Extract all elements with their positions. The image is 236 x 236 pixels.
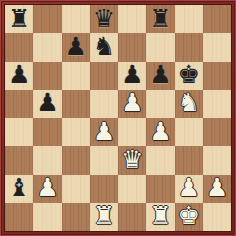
square-h5[interactable] (203, 90, 231, 118)
black-pawn[interactable]: ♟ (8, 62, 30, 87)
black-queen[interactable]: ♛ (93, 6, 115, 31)
square-a5[interactable] (5, 90, 33, 118)
square-c4[interactable] (62, 118, 90, 146)
square-f7[interactable] (146, 33, 174, 61)
white-knight[interactable]: ♞ (177, 90, 199, 115)
square-d4[interactable]: ♟ (90, 118, 118, 146)
white-pawn[interactable]: ♟ (177, 175, 199, 200)
square-e5[interactable]: ♟ (118, 90, 146, 118)
black-rook[interactable]: ♜ (149, 6, 171, 31)
white-rook[interactable]: ♜ (93, 203, 115, 228)
square-d5[interactable] (90, 90, 118, 118)
square-e7[interactable] (118, 33, 146, 61)
black-pawn[interactable]: ♟ (149, 62, 171, 87)
square-a3[interactable] (5, 146, 33, 174)
square-f3[interactable] (146, 146, 174, 174)
square-h2[interactable]: ♟ (203, 175, 231, 203)
square-a2[interactable]: ♝ (5, 175, 33, 203)
square-c3[interactable] (62, 146, 90, 174)
square-c1[interactable] (62, 203, 90, 231)
square-h7[interactable] (203, 33, 231, 61)
square-g2[interactable]: ♟ (175, 175, 203, 203)
square-e3[interactable]: ♛ (118, 146, 146, 174)
square-b2[interactable]: ♟ (33, 175, 61, 203)
white-king[interactable]: ♚ (177, 203, 199, 228)
chess-board: ♜♛♜♟♞♟♟♟♚♟♟♞♟♟♛♝♟♟♟♜♜♚ (5, 5, 231, 231)
square-g4[interactable] (175, 118, 203, 146)
square-a8[interactable]: ♜ (5, 5, 33, 33)
black-bishop[interactable]: ♝ (8, 175, 30, 200)
square-e2[interactable] (118, 175, 146, 203)
square-c6[interactable] (62, 62, 90, 90)
square-g5[interactable]: ♞ (175, 90, 203, 118)
square-a4[interactable] (5, 118, 33, 146)
square-d8[interactable]: ♛ (90, 5, 118, 33)
square-a7[interactable] (5, 33, 33, 61)
square-b6[interactable] (33, 62, 61, 90)
black-pawn[interactable]: ♟ (36, 90, 58, 115)
square-b3[interactable] (33, 146, 61, 174)
square-d2[interactable] (90, 175, 118, 203)
square-g7[interactable] (175, 33, 203, 61)
square-f2[interactable] (146, 175, 174, 203)
square-b4[interactable] (33, 118, 61, 146)
square-h8[interactable] (203, 5, 231, 33)
square-c8[interactable] (62, 5, 90, 33)
square-g8[interactable] (175, 5, 203, 33)
square-e4[interactable] (118, 118, 146, 146)
square-c7[interactable]: ♟ (62, 33, 90, 61)
board-frame: ♜♛♜♟♞♟♟♟♚♟♟♞♟♟♛♝♟♟♟♜♜♚ (0, 0, 236, 236)
black-king[interactable]: ♚ (177, 62, 199, 87)
white-pawn[interactable]: ♟ (93, 119, 115, 144)
square-f4[interactable]: ♟ (146, 118, 174, 146)
square-f6[interactable]: ♟ (146, 62, 174, 90)
square-d3[interactable] (90, 146, 118, 174)
square-f1[interactable]: ♜ (146, 203, 174, 231)
square-h1[interactable] (203, 203, 231, 231)
square-g3[interactable] (175, 146, 203, 174)
square-d6[interactable] (90, 62, 118, 90)
square-g1[interactable]: ♚ (175, 203, 203, 231)
white-pawn[interactable]: ♟ (206, 175, 228, 200)
square-a1[interactable] (5, 203, 33, 231)
square-e1[interactable] (118, 203, 146, 231)
square-h4[interactable] (203, 118, 231, 146)
square-a6[interactable]: ♟ (5, 62, 33, 90)
square-g6[interactable]: ♚ (175, 62, 203, 90)
square-b7[interactable] (33, 33, 61, 61)
black-knight[interactable]: ♞ (93, 34, 115, 59)
black-pawn[interactable]: ♟ (64, 34, 86, 59)
white-pawn[interactable]: ♟ (121, 90, 143, 115)
square-d7[interactable]: ♞ (90, 33, 118, 61)
square-b1[interactable] (33, 203, 61, 231)
square-e6[interactable]: ♟ (118, 62, 146, 90)
white-pawn[interactable]: ♟ (149, 119, 171, 144)
white-rook[interactable]: ♜ (149, 203, 171, 228)
square-c2[interactable] (62, 175, 90, 203)
white-pawn[interactable]: ♟ (36, 175, 58, 200)
square-d1[interactable]: ♜ (90, 203, 118, 231)
square-h3[interactable] (203, 146, 231, 174)
square-h6[interactable] (203, 62, 231, 90)
white-queen[interactable]: ♛ (121, 147, 143, 172)
square-f8[interactable]: ♜ (146, 5, 174, 33)
square-f5[interactable] (146, 90, 174, 118)
square-c5[interactable] (62, 90, 90, 118)
black-pawn[interactable]: ♟ (121, 62, 143, 87)
square-b5[interactable]: ♟ (33, 90, 61, 118)
square-e8[interactable] (118, 5, 146, 33)
square-b8[interactable] (33, 5, 61, 33)
black-rook[interactable]: ♜ (8, 6, 30, 31)
